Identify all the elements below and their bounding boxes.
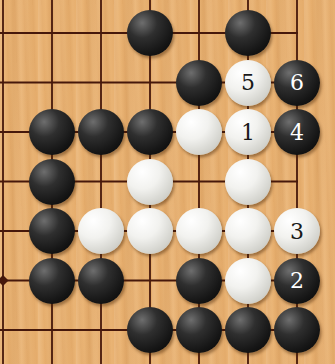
stone-white[interactable]	[225, 159, 271, 205]
stone-number-label: 2	[290, 269, 304, 292]
stone-black[interactable]: 2	[274, 258, 320, 304]
stone-white[interactable]	[127, 208, 173, 254]
stone-white[interactable]	[78, 208, 124, 254]
stone-black[interactable]	[127, 109, 173, 155]
stone-white[interactable]: 3	[274, 208, 320, 254]
stone-white[interactable]: 5	[225, 60, 271, 106]
stone-black[interactable]	[274, 307, 320, 353]
stone-number-label: 5	[241, 71, 255, 94]
stone-black[interactable]	[29, 208, 75, 254]
stone-number-label: 4	[290, 121, 304, 144]
stone-white[interactable]	[176, 208, 222, 254]
stone-black[interactable]	[127, 10, 173, 56]
stone-black[interactable]	[29, 159, 75, 205]
stone-black[interactable]	[176, 258, 222, 304]
board-grid[interactable]: 561432	[0, 8, 322, 355]
stone-black[interactable]	[176, 60, 222, 106]
stone-black[interactable]	[127, 307, 173, 353]
stone-number-label: 6	[290, 71, 304, 94]
stone-black[interactable]	[78, 258, 124, 304]
stone-white[interactable]	[127, 159, 173, 205]
stone-white[interactable]	[225, 208, 271, 254]
stone-white[interactable]	[176, 109, 222, 155]
stone-number-label: 1	[241, 121, 255, 144]
stone-black[interactable]	[29, 109, 75, 155]
stone-number-label: 3	[290, 220, 304, 243]
go-board[interactable]: 561432	[0, 0, 335, 364]
stone-black[interactable]	[176, 307, 222, 353]
stone-white[interactable]	[225, 258, 271, 304]
stone-black[interactable]	[225, 307, 271, 353]
stone-black[interactable]	[225, 10, 271, 56]
stone-black[interactable]: 6	[274, 60, 320, 106]
stone-black[interactable]	[29, 258, 75, 304]
stone-black[interactable]: 4	[274, 109, 320, 155]
stone-white[interactable]: 1	[225, 109, 271, 155]
stone-black[interactable]	[78, 109, 124, 155]
